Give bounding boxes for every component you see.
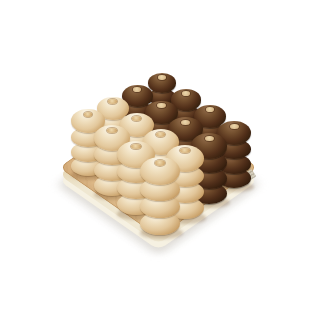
peg-tip-icon [132,116,141,121]
peg-stack-r3c3-light[interactable] [138,155,182,237]
peg-tip-icon [158,75,165,79]
stacks-layer [0,0,320,320]
peg-tip-icon [84,112,93,117]
peg-tip-icon [155,160,165,166]
peg-tip-icon [181,120,190,125]
peg-tip-icon [180,148,190,154]
peg-tip-icon [107,128,116,133]
peg-tip-icon [205,136,214,141]
scene: Wooden 4x4 peg board photographed at an … [0,0,320,320]
peg-tip-icon [230,124,239,129]
peg-tip-icon [182,91,190,96]
